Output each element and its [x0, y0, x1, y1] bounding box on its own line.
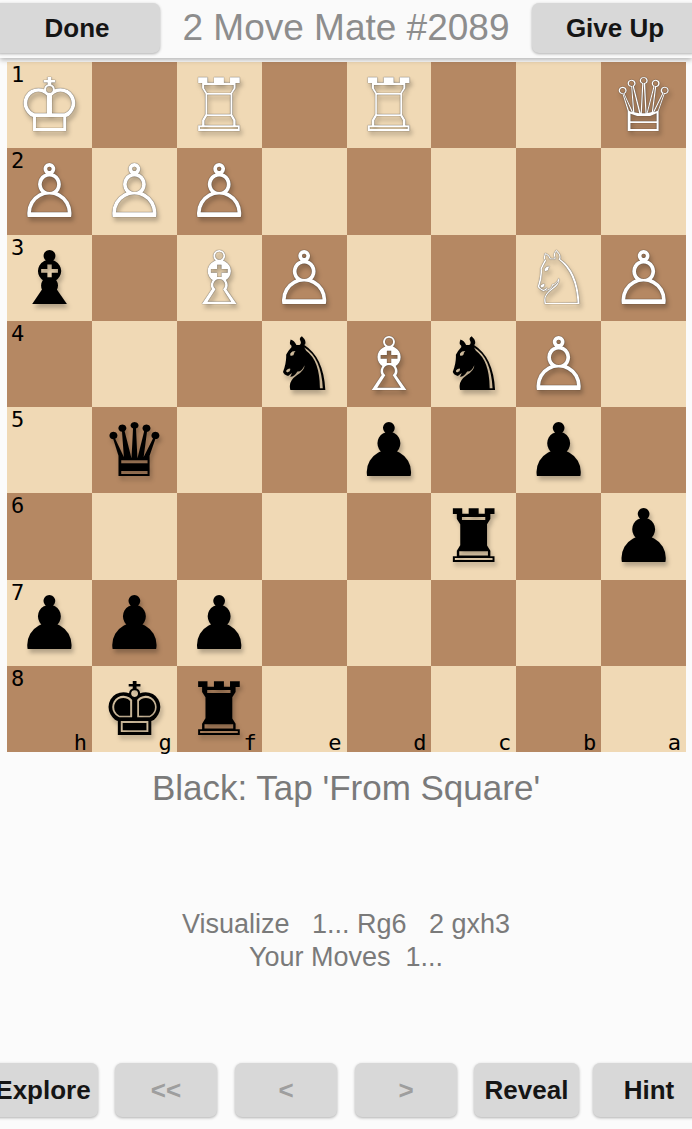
square-a6[interactable]: ♟ [601, 493, 686, 579]
piece-white-pawn: ♙ [601, 235, 686, 321]
square-b4[interactable]: ♙ [516, 321, 601, 407]
file-label-e: e [328, 730, 341, 755]
square-g7[interactable]: ♟ [92, 580, 177, 666]
square-h7[interactable]: 7♟ [7, 580, 92, 666]
square-c8[interactable]: c [431, 666, 516, 752]
your-moves-line: Your Moves 1... [0, 941, 692, 974]
square-f6[interactable] [177, 493, 262, 579]
explore-button[interactable]: Explore [0, 1063, 98, 1117]
piece-white-bishop: ♗ [347, 321, 432, 407]
square-e3[interactable]: ♙ [262, 235, 347, 321]
piece-white-rook: ♖ [177, 62, 262, 148]
top-bar: 2 Move Mate #2089 Done Give Up [0, 0, 692, 58]
square-h2[interactable]: 2♙ [7, 148, 92, 234]
piece-white-queen: ♕ [601, 62, 686, 148]
hint-button[interactable]: Hint [593, 1063, 692, 1117]
square-g5[interactable]: ♛ [92, 407, 177, 493]
piece-white-pawn: ♙ [262, 235, 347, 321]
square-a4[interactable] [601, 321, 686, 407]
square-d8[interactable]: d [347, 666, 432, 752]
square-a8[interactable]: a [601, 666, 686, 752]
piece-white-pawn: ♙ [92, 148, 177, 234]
app-window: 2 Move Mate #2089 Done Give Up 1♔♖♖♕2♙♙♙… [0, 0, 692, 1129]
visualize-line: Visualize 1... Rg6 2 gxh3 [0, 908, 692, 941]
piece-black-rook: ♜ [431, 493, 516, 579]
square-f5[interactable] [177, 407, 262, 493]
square-d3[interactable] [347, 235, 432, 321]
piece-black-rook: ♜ [177, 666, 262, 752]
piece-black-bishop: ♝ [7, 235, 92, 321]
square-c2[interactable] [431, 148, 516, 234]
piece-white-pawn: ♙ [7, 148, 92, 234]
square-c6[interactable]: ♜ [431, 493, 516, 579]
done-button[interactable]: Done [0, 3, 160, 53]
first-move-button[interactable]: << [115, 1063, 217, 1117]
square-b1[interactable] [516, 62, 601, 148]
rank-label-6: 6 [11, 493, 24, 519]
square-b5[interactable]: ♟ [516, 407, 601, 493]
square-g6[interactable] [92, 493, 177, 579]
square-c4[interactable]: ♞ [431, 321, 516, 407]
square-c1[interactable] [431, 62, 516, 148]
square-g2[interactable]: ♙ [92, 148, 177, 234]
square-h3[interactable]: 3♝ [7, 235, 92, 321]
square-a3[interactable]: ♙ [601, 235, 686, 321]
square-d4[interactable]: ♗ [347, 321, 432, 407]
square-g4[interactable] [92, 321, 177, 407]
square-b8[interactable]: b [516, 666, 601, 752]
square-f3[interactable]: ♗ [177, 235, 262, 321]
square-f4[interactable] [177, 321, 262, 407]
next-move-button[interactable]: > [355, 1063, 457, 1117]
piece-black-pawn: ♟ [347, 407, 432, 493]
square-g1[interactable] [92, 62, 177, 148]
square-h5[interactable]: 5 [7, 407, 92, 493]
square-f1[interactable]: ♖ [177, 62, 262, 148]
square-e4[interactable]: ♞ [262, 321, 347, 407]
file-label-c: c [498, 730, 511, 755]
give-up-button[interactable]: Give Up [532, 3, 692, 53]
square-b7[interactable] [516, 580, 601, 666]
piece-black-pawn: ♟ [7, 580, 92, 666]
square-c3[interactable] [431, 235, 516, 321]
rank-label-5: 5 [11, 407, 24, 433]
square-b2[interactable] [516, 148, 601, 234]
square-b3[interactable]: ♘ [516, 235, 601, 321]
piece-black-king: ♚ [92, 666, 177, 752]
piece-black-pawn: ♟ [516, 407, 601, 493]
square-b6[interactable] [516, 493, 601, 579]
piece-black-pawn: ♟ [92, 580, 177, 666]
previous-move-button[interactable]: < [235, 1063, 337, 1117]
piece-white-pawn: ♙ [177, 148, 262, 234]
square-g3[interactable] [92, 235, 177, 321]
rank-label-4: 4 [11, 321, 24, 347]
square-a5[interactable] [601, 407, 686, 493]
piece-black-queen: ♛ [92, 407, 177, 493]
status-text: Black: Tap 'From Square' [0, 768, 692, 808]
square-a7[interactable] [601, 580, 686, 666]
square-e8[interactable]: e [262, 666, 347, 752]
moves-block: Visualize 1... Rg6 2 gxh3 Your Moves 1..… [0, 908, 692, 974]
chess-board: 1♔♖♖♕2♙♙♙3♝♗♙♘♙4♞♗♞♙5♛♟♟6♜♟7♟♟♟8hg♚f♜edc… [7, 62, 686, 752]
piece-black-knight: ♞ [262, 321, 347, 407]
rank-label-8: 8 [11, 666, 24, 692]
piece-white-bishop: ♗ [177, 235, 262, 321]
square-e6[interactable] [262, 493, 347, 579]
square-e1[interactable] [262, 62, 347, 148]
square-d2[interactable] [347, 148, 432, 234]
reveal-button[interactable]: Reveal [474, 1063, 579, 1117]
square-h4[interactable]: 4 [7, 321, 92, 407]
square-d5[interactable]: ♟ [347, 407, 432, 493]
square-e2[interactable] [262, 148, 347, 234]
file-label-h: h [74, 730, 87, 755]
file-label-b: b [583, 730, 596, 755]
file-label-a: a [668, 730, 681, 755]
square-c5[interactable] [431, 407, 516, 493]
piece-black-knight: ♞ [431, 321, 516, 407]
square-f8[interactable]: f♜ [177, 666, 262, 752]
piece-white-rook: ♖ [347, 62, 432, 148]
piece-black-pawn: ♟ [177, 580, 262, 666]
square-d7[interactable] [347, 580, 432, 666]
square-d1[interactable]: ♖ [347, 62, 432, 148]
piece-white-pawn: ♙ [516, 321, 601, 407]
square-h6[interactable]: 6 [7, 493, 92, 579]
square-f2[interactable]: ♙ [177, 148, 262, 234]
square-c7[interactable] [431, 580, 516, 666]
square-a2[interactable] [601, 148, 686, 234]
square-h1[interactable]: 1♔ [7, 62, 92, 148]
square-d6[interactable] [347, 493, 432, 579]
square-h8[interactable]: 8h [7, 666, 92, 752]
piece-white-king: ♔ [7, 62, 92, 148]
square-a1[interactable]: ♕ [601, 62, 686, 148]
square-g8[interactable]: g♚ [92, 666, 177, 752]
square-f7[interactable]: ♟ [177, 580, 262, 666]
piece-white-knight: ♘ [516, 235, 601, 321]
square-e7[interactable] [262, 580, 347, 666]
file-label-d: d [413, 730, 426, 755]
square-e5[interactable] [262, 407, 347, 493]
piece-black-pawn: ♟ [601, 493, 686, 579]
